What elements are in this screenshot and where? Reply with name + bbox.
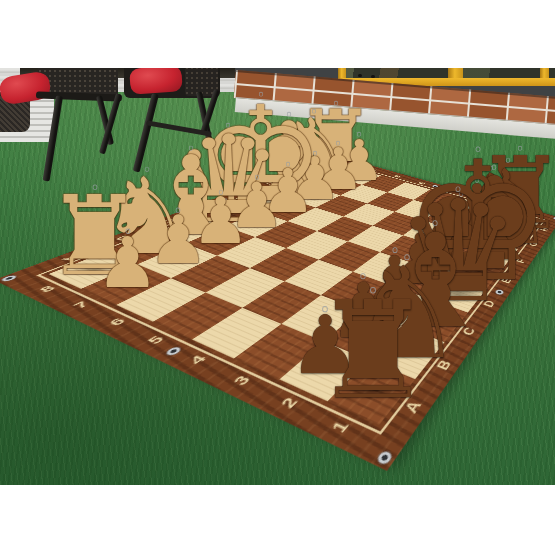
photo: AABBCCDDEEFFGGHH1122334455667788 ♜♞♝♛♚♝♞… xyxy=(0,68,555,485)
screw-eye-icon xyxy=(189,145,193,150)
screw-eye-icon xyxy=(259,92,263,97)
grommet-5 xyxy=(375,449,394,466)
grommet-0 xyxy=(0,274,19,282)
screw-eye-icon xyxy=(219,190,223,195)
screw-eye-icon xyxy=(92,185,97,190)
piece-light-pawn-a7[interactable]: ♟ xyxy=(96,228,159,298)
screw-eye-icon xyxy=(370,287,376,294)
screw-eye-icon xyxy=(125,228,130,233)
screenshot-canvas: AABBCCDDEEFFGGHH1122334455667788 ♜♞♝♛♚♝♞… xyxy=(0,0,555,555)
screw-eye-icon xyxy=(475,146,480,151)
piece-dark-rook-a1[interactable]: ♜ xyxy=(313,283,434,417)
screw-eye-icon xyxy=(176,207,181,212)
screw-eye-icon xyxy=(145,167,149,172)
window-handle xyxy=(371,75,375,78)
screw-eye-icon xyxy=(255,175,259,180)
window-handle xyxy=(358,74,362,77)
screw-eye-icon xyxy=(286,162,290,167)
chair-right-red-cushion xyxy=(129,68,183,95)
